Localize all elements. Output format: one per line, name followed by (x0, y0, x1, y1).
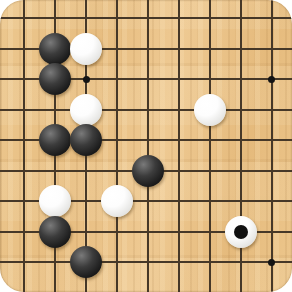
grid-line-vertical (147, 0, 149, 292)
star-point (83, 76, 90, 83)
stone-black (70, 246, 102, 278)
stone-black (39, 124, 71, 156)
grid-line-vertical (23, 0, 25, 292)
stone-black (70, 124, 102, 156)
grid-line-vertical (209, 0, 211, 292)
stone-white (225, 216, 257, 248)
stone-black (39, 216, 71, 248)
go-board[interactable] (0, 0, 292, 292)
star-point (268, 259, 275, 266)
grid-line-vertical (178, 0, 180, 292)
stone-white (70, 94, 102, 126)
stone-white (101, 185, 133, 217)
stone-black (132, 155, 164, 187)
grid-line-horizontal (0, 261, 292, 263)
stone-white (70, 33, 102, 65)
stone-black (39, 33, 71, 65)
last-move-marker (234, 225, 248, 239)
grid-line-horizontal (0, 109, 292, 111)
grid-line-vertical (240, 0, 242, 292)
grid-line-vertical (116, 0, 118, 292)
grid-line-vertical (271, 0, 273, 292)
stone-black (39, 63, 71, 95)
grid-line-horizontal (0, 17, 292, 19)
stone-white (194, 94, 226, 126)
stone-white (39, 185, 71, 217)
star-point (268, 76, 275, 83)
